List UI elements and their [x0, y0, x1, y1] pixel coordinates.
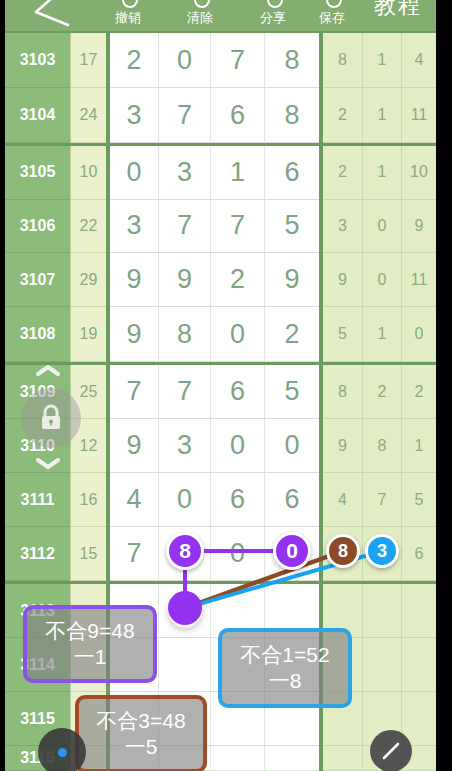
chevron-up-icon[interactable]	[34, 364, 62, 376]
digit-cell[interactable]: 3	[159, 419, 211, 473]
note-brown[interactable]: 不合3=48 一5	[75, 695, 207, 771]
digit-cell[interactable]: 9	[110, 253, 159, 307]
circle-mark-brown-8[interactable]: 8	[326, 534, 360, 568]
clear-button[interactable]: 清除	[172, 0, 228, 31]
digit-cell[interactable]: 8	[159, 307, 211, 362]
sum-cell: 16	[70, 473, 106, 527]
digit-cell[interactable]: 2	[265, 307, 319, 362]
share-button[interactable]: 分享	[245, 0, 301, 31]
digit-cell[interactable]: 7	[110, 527, 159, 581]
digit-cell[interactable]: 7	[211, 33, 265, 88]
stat-cell[interactable]: 2	[402, 365, 436, 419]
stat-cell[interactable]: 11	[402, 253, 436, 307]
back-button[interactable]	[5, 0, 95, 31]
digit-cell[interactable]: 9	[159, 253, 211, 307]
save-button[interactable]: 保存	[304, 0, 360, 31]
lock-icon	[38, 404, 64, 432]
digit-cell[interactable]: 9	[110, 307, 159, 362]
stat-cell[interactable]: 6	[402, 527, 436, 581]
sum-cell: 29	[70, 253, 106, 307]
save-icon	[326, 0, 342, 8]
app-screen: 撤销 清除 分享 保存 教程 3103172078814310424376821…	[0, 0, 452, 771]
digit-cell[interactable]: 5	[265, 365, 319, 419]
digit-cell[interactable]: 8	[265, 33, 319, 88]
undo-button[interactable]: 撤销	[100, 0, 156, 31]
digit-cell[interactable]	[211, 746, 265, 771]
undo-label: 撤销	[100, 9, 156, 27]
sum-cell: 17	[70, 33, 106, 88]
digit-cell[interactable]: 2	[211, 253, 265, 307]
stat-cell[interactable]: 2	[323, 88, 363, 143]
period-cell: 3111	[5, 473, 70, 527]
table-row: 3106223775309	[5, 200, 436, 254]
table-row: 31042437682111	[5, 88, 436, 143]
stat-cell[interactable]: 10	[402, 146, 436, 200]
stat-cell[interactable]: 3	[323, 200, 363, 254]
sum-cell: 15	[70, 527, 106, 581]
digit-cell[interactable]: 9	[110, 419, 159, 473]
scroll-lock-control	[5, 356, 105, 476]
stat-cell[interactable]: 0	[363, 200, 402, 254]
stat-cell[interactable]: 1	[402, 419, 436, 473]
pencil-stroke-icon	[378, 738, 404, 764]
drag-handle-dot[interactable]	[168, 591, 202, 625]
digit-cell[interactable]: 7	[110, 365, 159, 419]
stat-cell[interactable]: 8	[323, 33, 363, 88]
digit-cell[interactable]: 0	[159, 33, 211, 88]
digit-cell[interactable]	[159, 638, 211, 692]
note-purple-line2: 一1	[74, 644, 107, 670]
digit-cell[interactable]: 3	[159, 146, 211, 200]
digit-cell[interactable]: 4	[110, 473, 159, 527]
share-icon	[267, 0, 283, 8]
stat-cell[interactable]: 5	[402, 473, 436, 527]
circle-mark-blue-3[interactable]: 3	[365, 534, 399, 568]
digit-cell[interactable]: 3	[110, 88, 159, 143]
clear-label: 清除	[172, 9, 228, 27]
lock-button[interactable]	[21, 388, 81, 448]
clear-icon	[194, 0, 210, 8]
digit-cell[interactable]: 7	[159, 365, 211, 419]
stat-cell[interactable]: 1	[363, 33, 402, 88]
pen-size-button[interactable]	[38, 728, 86, 771]
note-brown-line2: 一5	[125, 734, 158, 760]
digit-cell[interactable]: 8	[265, 88, 319, 143]
digit-cell[interactable]: 6	[211, 88, 265, 143]
digit-cell[interactable]: 7	[159, 88, 211, 143]
note-brown-line1: 不合3=48	[96, 708, 185, 734]
circle-mark-purple-0[interactable]: 0	[273, 532, 311, 570]
digit-cell[interactable]: 7	[159, 200, 211, 254]
circle-mark-purple-8[interactable]: 8	[166, 532, 204, 570]
digit-cell[interactable]: 0	[211, 527, 265, 581]
stat-cell[interactable]: 5	[323, 307, 363, 362]
table-row: 3111164066475	[5, 473, 436, 527]
period-cell: 3105	[5, 146, 70, 200]
period-cell: 3112	[5, 527, 70, 581]
save-label: 保存	[304, 9, 360, 27]
draw-mode-button[interactable]	[370, 730, 412, 771]
digit-cell[interactable]	[265, 746, 319, 771]
pen-size-dot-icon	[58, 748, 67, 757]
back-chevron-icon	[5, 0, 95, 31]
stat-cell[interactable]: 9	[323, 253, 363, 307]
stat-cell[interactable]: 7	[363, 473, 402, 527]
period-cell: 3108	[5, 307, 70, 362]
period-cell: 3103	[5, 33, 70, 88]
period-cell: 3106	[5, 200, 70, 254]
stat-cell[interactable]: 9	[323, 419, 363, 473]
table-row: 3103172078814	[5, 33, 436, 88]
digit-cell[interactable]: 9	[265, 253, 319, 307]
toolbar: 撤销 清除 分享 保存 教程	[5, 0, 436, 33]
digit-cell[interactable]: 0	[211, 419, 265, 473]
note-purple-line1: 不合9=48	[45, 618, 134, 644]
tutorial-button[interactable]: 教程	[374, 0, 422, 21]
stat-cell[interactable]: 0	[363, 253, 402, 307]
stat-cell[interactable]: 4	[402, 33, 436, 88]
stat-cell[interactable]	[363, 638, 402, 692]
table-row: 3108199802510	[5, 307, 436, 362]
sum-cell: 19	[70, 307, 106, 362]
note-blue-line1: 不合1=52	[240, 642, 329, 668]
digit-cell[interactable]: 6	[211, 473, 265, 527]
digit-cell[interactable]: 6	[211, 365, 265, 419]
digit-cell[interactable]: 0	[211, 307, 265, 362]
digit-cell[interactable]: 3	[110, 200, 159, 254]
sum-cell: 10	[70, 146, 106, 200]
stat-cell[interactable]	[323, 746, 363, 771]
sum-cell: 24	[70, 88, 106, 143]
period-cell: 3104	[5, 88, 70, 143]
stat-cell[interactable]: 2	[363, 365, 402, 419]
stat-cell[interactable]: 9	[402, 200, 436, 254]
chart-content: 撤销 清除 分享 保存 教程 3103172078814310424376821…	[5, 0, 436, 771]
stat-cell[interactable]: 8	[363, 419, 402, 473]
stat-cell[interactable]: 8	[323, 365, 363, 419]
note-blue[interactable]: 不合1=52 一8	[218, 628, 352, 708]
note-blue-line2: 一8	[269, 668, 302, 694]
stat-cell[interactable]: 2	[323, 146, 363, 200]
stat-cell[interactable]: 1	[363, 88, 402, 143]
digit-cell[interactable]: 1	[211, 146, 265, 200]
sum-cell: 22	[70, 200, 106, 254]
note-purple[interactable]: 不合9=48 一1	[23, 605, 157, 683]
stat-cell[interactable]	[402, 584, 436, 638]
period-cell: 3107	[5, 253, 70, 307]
digit-cell[interactable]: 2	[110, 33, 159, 88]
stat-cell[interactable]: 1	[363, 146, 402, 200]
digit-cell[interactable]: 0	[159, 473, 211, 527]
stat-cell[interactable]: 0	[402, 307, 436, 362]
chevron-down-icon[interactable]	[34, 458, 62, 470]
stat-cell[interactable]	[363, 584, 402, 638]
undo-icon	[122, 0, 138, 8]
digit-cell[interactable]: 6	[265, 473, 319, 527]
share-label: 分享	[245, 9, 301, 27]
table-row: 31051003162110	[5, 146, 436, 200]
digit-cell[interactable]: 5	[265, 200, 319, 254]
digit-cell[interactable]: 0	[265, 419, 319, 473]
stat-cell[interactable]: 1	[363, 307, 402, 362]
digit-cell[interactable]: 6	[265, 146, 319, 200]
stat-cell[interactable]	[402, 638, 436, 692]
stat-cell[interactable]: 4	[323, 473, 363, 527]
stat-cell[interactable]: 11	[402, 88, 436, 143]
digit-cell[interactable]: 0	[110, 146, 159, 200]
digit-cell[interactable]: 7	[211, 200, 265, 254]
table-row: 31072999299011	[5, 253, 436, 307]
